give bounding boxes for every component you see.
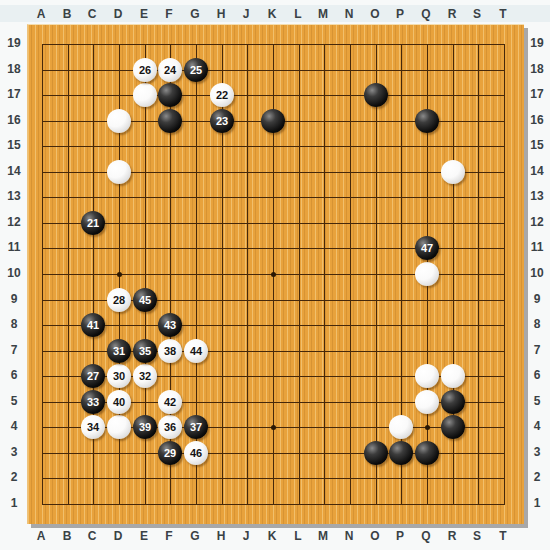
stone-move-number: 33 <box>87 397 99 408</box>
row-label: 16 <box>530 113 543 127</box>
row-label: 11 <box>8 240 21 254</box>
stone-black <box>441 390 465 414</box>
column-label: F <box>165 529 172 543</box>
column-label: H <box>217 529 226 543</box>
row-label: 19 <box>7 36 20 50</box>
column-label: C <box>88 529 97 543</box>
column-label: E <box>140 529 148 543</box>
row-label: 12 <box>530 215 543 229</box>
row-label: 16 <box>7 113 20 127</box>
row-label: 2 <box>11 470 18 484</box>
column-label: F <box>165 7 172 21</box>
column-label: P <box>396 7 404 21</box>
stone-white-move-28: 28 <box>107 288 131 312</box>
column-label: B <box>63 529 72 543</box>
row-label: 10 <box>7 266 20 280</box>
stone-white-move-32: 32 <box>133 364 157 388</box>
grid-line-vertical <box>478 44 479 505</box>
column-label: T <box>499 529 506 543</box>
stone-black <box>415 109 439 133</box>
stone-white <box>441 160 465 184</box>
star-point <box>117 272 122 277</box>
row-label: 4 <box>534 419 541 433</box>
row-label: 18 <box>530 62 543 76</box>
row-label: 13 <box>530 189 543 203</box>
row-label: 14 <box>7 164 20 178</box>
stone-move-number: 23 <box>216 116 228 127</box>
stone-move-number: 31 <box>113 346 125 357</box>
column-label: Q <box>421 529 430 543</box>
column-label: S <box>473 529 481 543</box>
stone-move-number: 22 <box>216 90 228 101</box>
stone-move-number: 29 <box>164 448 176 459</box>
grid-line-vertical <box>504 44 505 505</box>
column-label: A <box>37 7 46 21</box>
column-label: B <box>63 7 72 21</box>
row-label: 10 <box>530 266 543 280</box>
stone-white-move-38: 38 <box>158 339 182 363</box>
stone-move-number: 30 <box>113 371 125 382</box>
stone-white <box>133 83 157 107</box>
stone-move-number: 44 <box>190 346 202 357</box>
row-label: 9 <box>534 292 541 306</box>
star-point <box>271 425 276 430</box>
stone-white-move-46: 46 <box>184 441 208 465</box>
stone-move-number: 47 <box>421 243 433 254</box>
stone-move-number: 28 <box>113 295 125 306</box>
stone-black <box>158 83 182 107</box>
stone-move-number: 21 <box>87 218 99 229</box>
column-label: H <box>217 7 226 21</box>
stone-move-number: 39 <box>139 422 151 433</box>
row-label: 1 <box>534 496 541 510</box>
stone-white <box>107 109 131 133</box>
column-label: S <box>473 7 481 21</box>
stone-black-move-29: 29 <box>158 441 182 465</box>
column-label: J <box>243 7 250 21</box>
column-label: K <box>268 529 277 543</box>
row-label: 6 <box>534 368 541 382</box>
row-label: 15 <box>530 138 543 152</box>
grid-line-vertical <box>299 44 300 505</box>
go-board: 2122232425262728293031323334353637383940… <box>27 24 524 524</box>
column-label: O <box>370 7 379 21</box>
star-point <box>271 272 276 277</box>
stone-black <box>389 441 413 465</box>
stone-white-move-30: 30 <box>107 364 131 388</box>
row-label: 5 <box>534 394 541 408</box>
stone-white-move-44: 44 <box>184 339 208 363</box>
column-label: D <box>114 529 123 543</box>
stone-move-number: 26 <box>139 65 151 76</box>
row-label: 7 <box>534 343 541 357</box>
row-label: 3 <box>11 445 18 459</box>
stone-black-move-47: 47 <box>415 236 439 260</box>
stone-move-number: 25 <box>190 65 202 76</box>
stone-white <box>107 415 131 439</box>
stone-move-number: 45 <box>139 295 151 306</box>
stone-black <box>158 109 182 133</box>
stone-move-number: 24 <box>164 65 176 76</box>
stone-white-move-34: 34 <box>81 415 105 439</box>
column-label: P <box>396 529 404 543</box>
row-label: 13 <box>7 189 20 203</box>
row-label: 7 <box>11 343 18 357</box>
grid-line-horizontal <box>42 325 505 326</box>
row-label: 12 <box>7 215 20 229</box>
star-point <box>425 425 430 430</box>
stone-black-move-27: 27 <box>81 364 105 388</box>
column-label: N <box>345 7 354 21</box>
stone-black <box>261 109 285 133</box>
stone-black-move-35: 35 <box>133 339 157 363</box>
row-label: 11 <box>531 240 544 254</box>
column-label: Q <box>421 7 430 21</box>
stone-white <box>389 415 413 439</box>
column-label: M <box>318 7 328 21</box>
stone-move-number: 37 <box>190 422 202 433</box>
grid-line-vertical <box>350 44 351 505</box>
column-label: L <box>294 7 301 21</box>
stone-white-move-42: 42 <box>158 390 182 414</box>
stone-black-move-33: 33 <box>81 390 105 414</box>
column-label: R <box>448 529 457 543</box>
stone-white-move-26: 26 <box>133 58 157 82</box>
stone-white <box>415 390 439 414</box>
column-label: O <box>370 529 379 543</box>
stone-black-move-43: 43 <box>158 313 182 337</box>
column-label: C <box>88 7 97 21</box>
stone-white <box>107 160 131 184</box>
row-label: 18 <box>7 62 20 76</box>
stone-white-move-36: 36 <box>158 415 182 439</box>
stone-black <box>441 415 465 439</box>
grid-line-horizontal <box>42 478 505 479</box>
stone-black-move-21: 21 <box>81 211 105 235</box>
row-label: 3 <box>534 445 541 459</box>
stone-move-number: 35 <box>139 346 151 357</box>
stone-black <box>415 441 439 465</box>
column-label: T <box>499 7 506 21</box>
row-label: 8 <box>534 317 541 331</box>
stone-black-move-41: 41 <box>81 313 105 337</box>
stone-white <box>441 364 465 388</box>
row-label: 17 <box>7 87 20 101</box>
row-label: 6 <box>11 368 18 382</box>
column-label: L <box>294 529 301 543</box>
row-label: 15 <box>7 138 20 152</box>
go-diagram: ABCDEFGHJKLMNOPQRST ABCDEFGHJKLMNOPQRST … <box>0 0 550 550</box>
stone-move-number: 27 <box>87 371 99 382</box>
column-label: K <box>268 7 277 21</box>
stone-black-move-23: 23 <box>210 109 234 133</box>
column-label: G <box>190 7 199 21</box>
stone-move-number: 40 <box>113 397 125 408</box>
stone-move-number: 46 <box>190 448 202 459</box>
row-label: 1 <box>11 496 18 510</box>
stone-move-number: 43 <box>164 320 176 331</box>
row-label: 19 <box>530 36 543 50</box>
stone-move-number: 32 <box>139 371 151 382</box>
stone-white <box>415 364 439 388</box>
stone-move-number: 34 <box>87 422 99 433</box>
row-label: 8 <box>11 317 18 331</box>
stone-white-move-22: 22 <box>210 83 234 107</box>
grid-line-vertical <box>324 44 325 505</box>
column-label: G <box>190 529 199 543</box>
column-label: E <box>140 7 148 21</box>
stone-black-move-37: 37 <box>184 415 208 439</box>
stone-white <box>415 262 439 286</box>
row-label: 4 <box>11 419 18 433</box>
stone-black-move-39: 39 <box>133 415 157 439</box>
column-label: D <box>114 7 123 21</box>
column-label: N <box>345 529 354 543</box>
stone-white-move-24: 24 <box>158 58 182 82</box>
row-label: 2 <box>534 470 541 484</box>
stone-black <box>364 83 388 107</box>
row-label: 14 <box>530 164 543 178</box>
stone-move-number: 38 <box>164 346 176 357</box>
stone-move-number: 36 <box>164 422 176 433</box>
row-label: 5 <box>11 394 18 408</box>
grid-line-vertical <box>376 44 377 505</box>
column-label: R <box>448 7 457 21</box>
stone-black-move-25: 25 <box>184 58 208 82</box>
row-label: 17 <box>530 87 543 101</box>
column-label: J <box>243 529 250 543</box>
stone-white-move-40: 40 <box>107 390 131 414</box>
grid-line-horizontal <box>42 504 505 505</box>
column-label: A <box>37 529 46 543</box>
row-label: 9 <box>11 292 18 306</box>
stone-black-move-45: 45 <box>133 288 157 312</box>
column-label: M <box>318 529 328 543</box>
stone-move-number: 42 <box>164 397 176 408</box>
stone-move-number: 41 <box>87 320 99 331</box>
stone-black-move-31: 31 <box>107 339 131 363</box>
stone-black <box>364 441 388 465</box>
